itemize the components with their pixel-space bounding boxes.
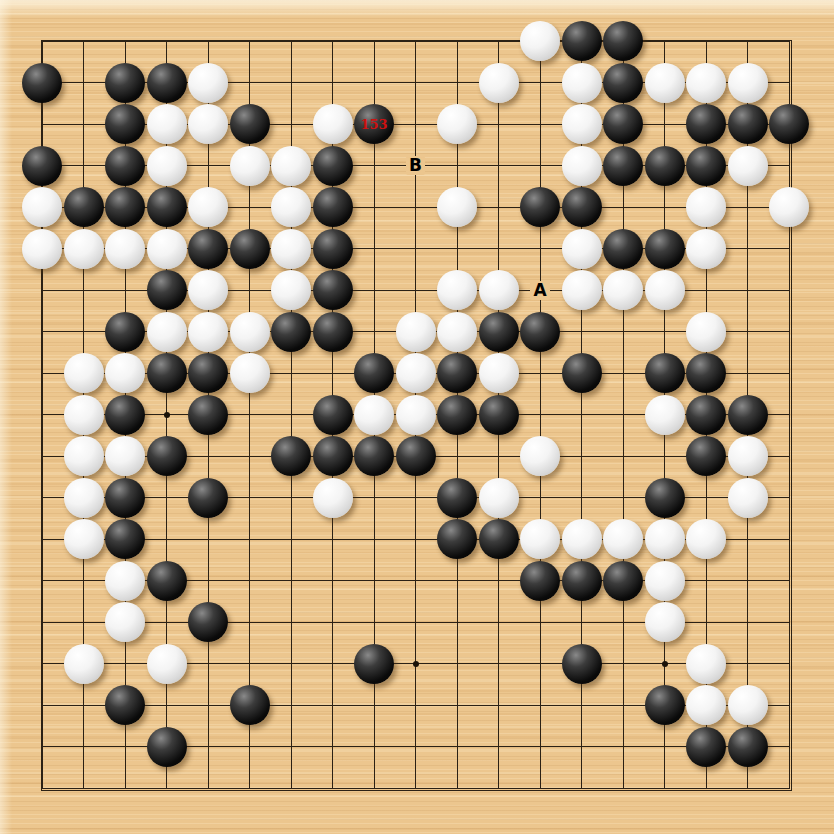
- stone-white: [686, 685, 726, 725]
- stone-white: [147, 229, 187, 269]
- stone-white: [105, 602, 145, 642]
- stone-white: [520, 21, 560, 61]
- stone-white: [64, 395, 104, 435]
- stone-white: [645, 602, 685, 642]
- stone-white: [520, 436, 560, 476]
- stone-white: [728, 436, 768, 476]
- point-label-A: A: [530, 281, 549, 300]
- stone-black: [147, 270, 187, 310]
- stone-white: [105, 353, 145, 393]
- stone-white: [271, 146, 311, 186]
- stone-black: [645, 353, 685, 393]
- stone-white: [188, 187, 228, 227]
- stone-white: [396, 353, 436, 393]
- stone-black: [105, 519, 145, 559]
- stone-black: [769, 104, 809, 144]
- stone-black: [313, 146, 353, 186]
- stone-white: [562, 229, 602, 269]
- stone-white: [562, 519, 602, 559]
- stone-white: [105, 561, 145, 601]
- stone-white: [313, 104, 353, 144]
- stone-white: [562, 104, 602, 144]
- stone-black: [188, 395, 228, 435]
- stone-black: [188, 229, 228, 269]
- stone-white: [147, 104, 187, 144]
- stone-white: [645, 395, 685, 435]
- stone-white: [64, 229, 104, 269]
- stone-white: [147, 644, 187, 684]
- stone-white: [645, 519, 685, 559]
- stone-white: [645, 561, 685, 601]
- stone-black: [686, 353, 726, 393]
- stone-black: [562, 187, 602, 227]
- star-point-dot: [662, 661, 668, 667]
- stone-white: [437, 187, 477, 227]
- stone-black: [313, 312, 353, 352]
- stone-black: [562, 353, 602, 393]
- stone-white: [188, 270, 228, 310]
- stone-black: [22, 63, 62, 103]
- stone-black: [603, 63, 643, 103]
- stone-white: [188, 63, 228, 103]
- stone-black: [562, 21, 602, 61]
- stone-black: [105, 312, 145, 352]
- annotated-point-A: A: [519, 269, 561, 311]
- point-label-B: B: [406, 156, 425, 175]
- stone-black: [188, 353, 228, 393]
- stone-white: [64, 644, 104, 684]
- stone-white: [562, 270, 602, 310]
- stone-white: [479, 353, 519, 393]
- stone-white: [562, 146, 602, 186]
- stone-white: [686, 187, 726, 227]
- stone-black: [479, 395, 519, 435]
- stone-white: [645, 63, 685, 103]
- stone-black: [147, 187, 187, 227]
- stone-black-last-move: 153: [354, 104, 394, 144]
- stone-white: [603, 270, 643, 310]
- stone-black: [354, 644, 394, 684]
- stone-black: [562, 644, 602, 684]
- stone-black: [230, 685, 270, 725]
- stone-black: [479, 519, 519, 559]
- stone-white: [230, 312, 270, 352]
- stone-white: [562, 63, 602, 103]
- stone-white: [728, 146, 768, 186]
- stone-black: [645, 146, 685, 186]
- stone-black: [188, 478, 228, 518]
- stone-white: [354, 395, 394, 435]
- stone-white: [64, 478, 104, 518]
- stone-black: [603, 229, 643, 269]
- stone-black: [603, 21, 643, 61]
- stone-white: [188, 312, 228, 352]
- stone-black: [313, 270, 353, 310]
- go-board[interactable]: 153BA: [0, 0, 834, 834]
- stone-white: [230, 353, 270, 393]
- stone-black: [645, 478, 685, 518]
- stone-white: [64, 353, 104, 393]
- stone-white: [147, 312, 187, 352]
- stone-black: [105, 146, 145, 186]
- stone-black: [728, 104, 768, 144]
- stone-white: [686, 312, 726, 352]
- stone-black: [603, 561, 643, 601]
- stone-white: [147, 146, 187, 186]
- stone-white: [271, 270, 311, 310]
- stone-black: [105, 478, 145, 518]
- star-point: [146, 394, 188, 436]
- stone-white: [520, 519, 560, 559]
- stone-black: [728, 395, 768, 435]
- stone-white: [479, 478, 519, 518]
- annotated-point-B: B: [395, 145, 437, 187]
- stone-white: [686, 229, 726, 269]
- stone-white: [728, 478, 768, 518]
- stone-white: [728, 63, 768, 103]
- stone-black: [645, 229, 685, 269]
- stone-black: [313, 436, 353, 476]
- stone-black: [313, 229, 353, 269]
- stone-black: [271, 436, 311, 476]
- stone-black: [728, 727, 768, 767]
- stone-white: [479, 63, 519, 103]
- stone-black: [271, 312, 311, 352]
- stone-white: [64, 519, 104, 559]
- stone-white: [105, 229, 145, 269]
- stone-black: [686, 146, 726, 186]
- stone-black: [603, 104, 643, 144]
- stone-black: [354, 353, 394, 393]
- stone-white: [64, 436, 104, 476]
- stone-black: [437, 519, 477, 559]
- stone-black: [147, 436, 187, 476]
- stone-black: [437, 353, 477, 393]
- stone-white: [313, 478, 353, 518]
- stone-black: [313, 395, 353, 435]
- stone-black: [313, 187, 353, 227]
- stone-black: [437, 478, 477, 518]
- stone-white: [686, 63, 726, 103]
- stone-black: [105, 187, 145, 227]
- stone-black: [105, 685, 145, 725]
- stone-black: [645, 685, 685, 725]
- stone-black: [22, 146, 62, 186]
- stone-black: [520, 561, 560, 601]
- stone-white: [728, 685, 768, 725]
- stone-white: [271, 187, 311, 227]
- star-point: [395, 643, 437, 685]
- stone-white: [396, 312, 436, 352]
- stone-white: [603, 519, 643, 559]
- stone-black: [147, 63, 187, 103]
- stone-black: [230, 229, 270, 269]
- stone-black: [147, 353, 187, 393]
- stone-black: [686, 727, 726, 767]
- stone-black: [230, 104, 270, 144]
- stone-white: [105, 436, 145, 476]
- stone-black: [354, 436, 394, 476]
- stone-black: [105, 395, 145, 435]
- stone-black: [437, 395, 477, 435]
- stone-black: [64, 187, 104, 227]
- stone-white: [437, 312, 477, 352]
- stone-black: [520, 187, 560, 227]
- stone-black: [105, 63, 145, 103]
- star-point: [644, 643, 686, 685]
- stone-black: [603, 146, 643, 186]
- stone-white: [22, 229, 62, 269]
- stone-black: [147, 561, 187, 601]
- stone-white: [479, 270, 519, 310]
- stone-white: [271, 229, 311, 269]
- stone-white: [686, 644, 726, 684]
- stone-black: [686, 436, 726, 476]
- last-move-number: 153: [360, 118, 387, 131]
- stone-white: [230, 146, 270, 186]
- stone-black: [188, 602, 228, 642]
- star-point-dot: [164, 412, 170, 418]
- stone-white: [188, 104, 228, 144]
- stone-black: [562, 561, 602, 601]
- stone-white: [686, 519, 726, 559]
- star-point-dot: [413, 661, 419, 667]
- stone-black: [686, 395, 726, 435]
- stone-black: [147, 727, 187, 767]
- stone-white: [437, 104, 477, 144]
- stone-white: [437, 270, 477, 310]
- stone-black: [479, 312, 519, 352]
- stone-white: [769, 187, 809, 227]
- stone-black: [686, 104, 726, 144]
- stone-black: [520, 312, 560, 352]
- stone-black: [105, 104, 145, 144]
- stone-white: [645, 270, 685, 310]
- stone-white: [396, 395, 436, 435]
- board-grid: 153BA: [21, 20, 810, 809]
- stone-black: [396, 436, 436, 476]
- stone-white: [22, 187, 62, 227]
